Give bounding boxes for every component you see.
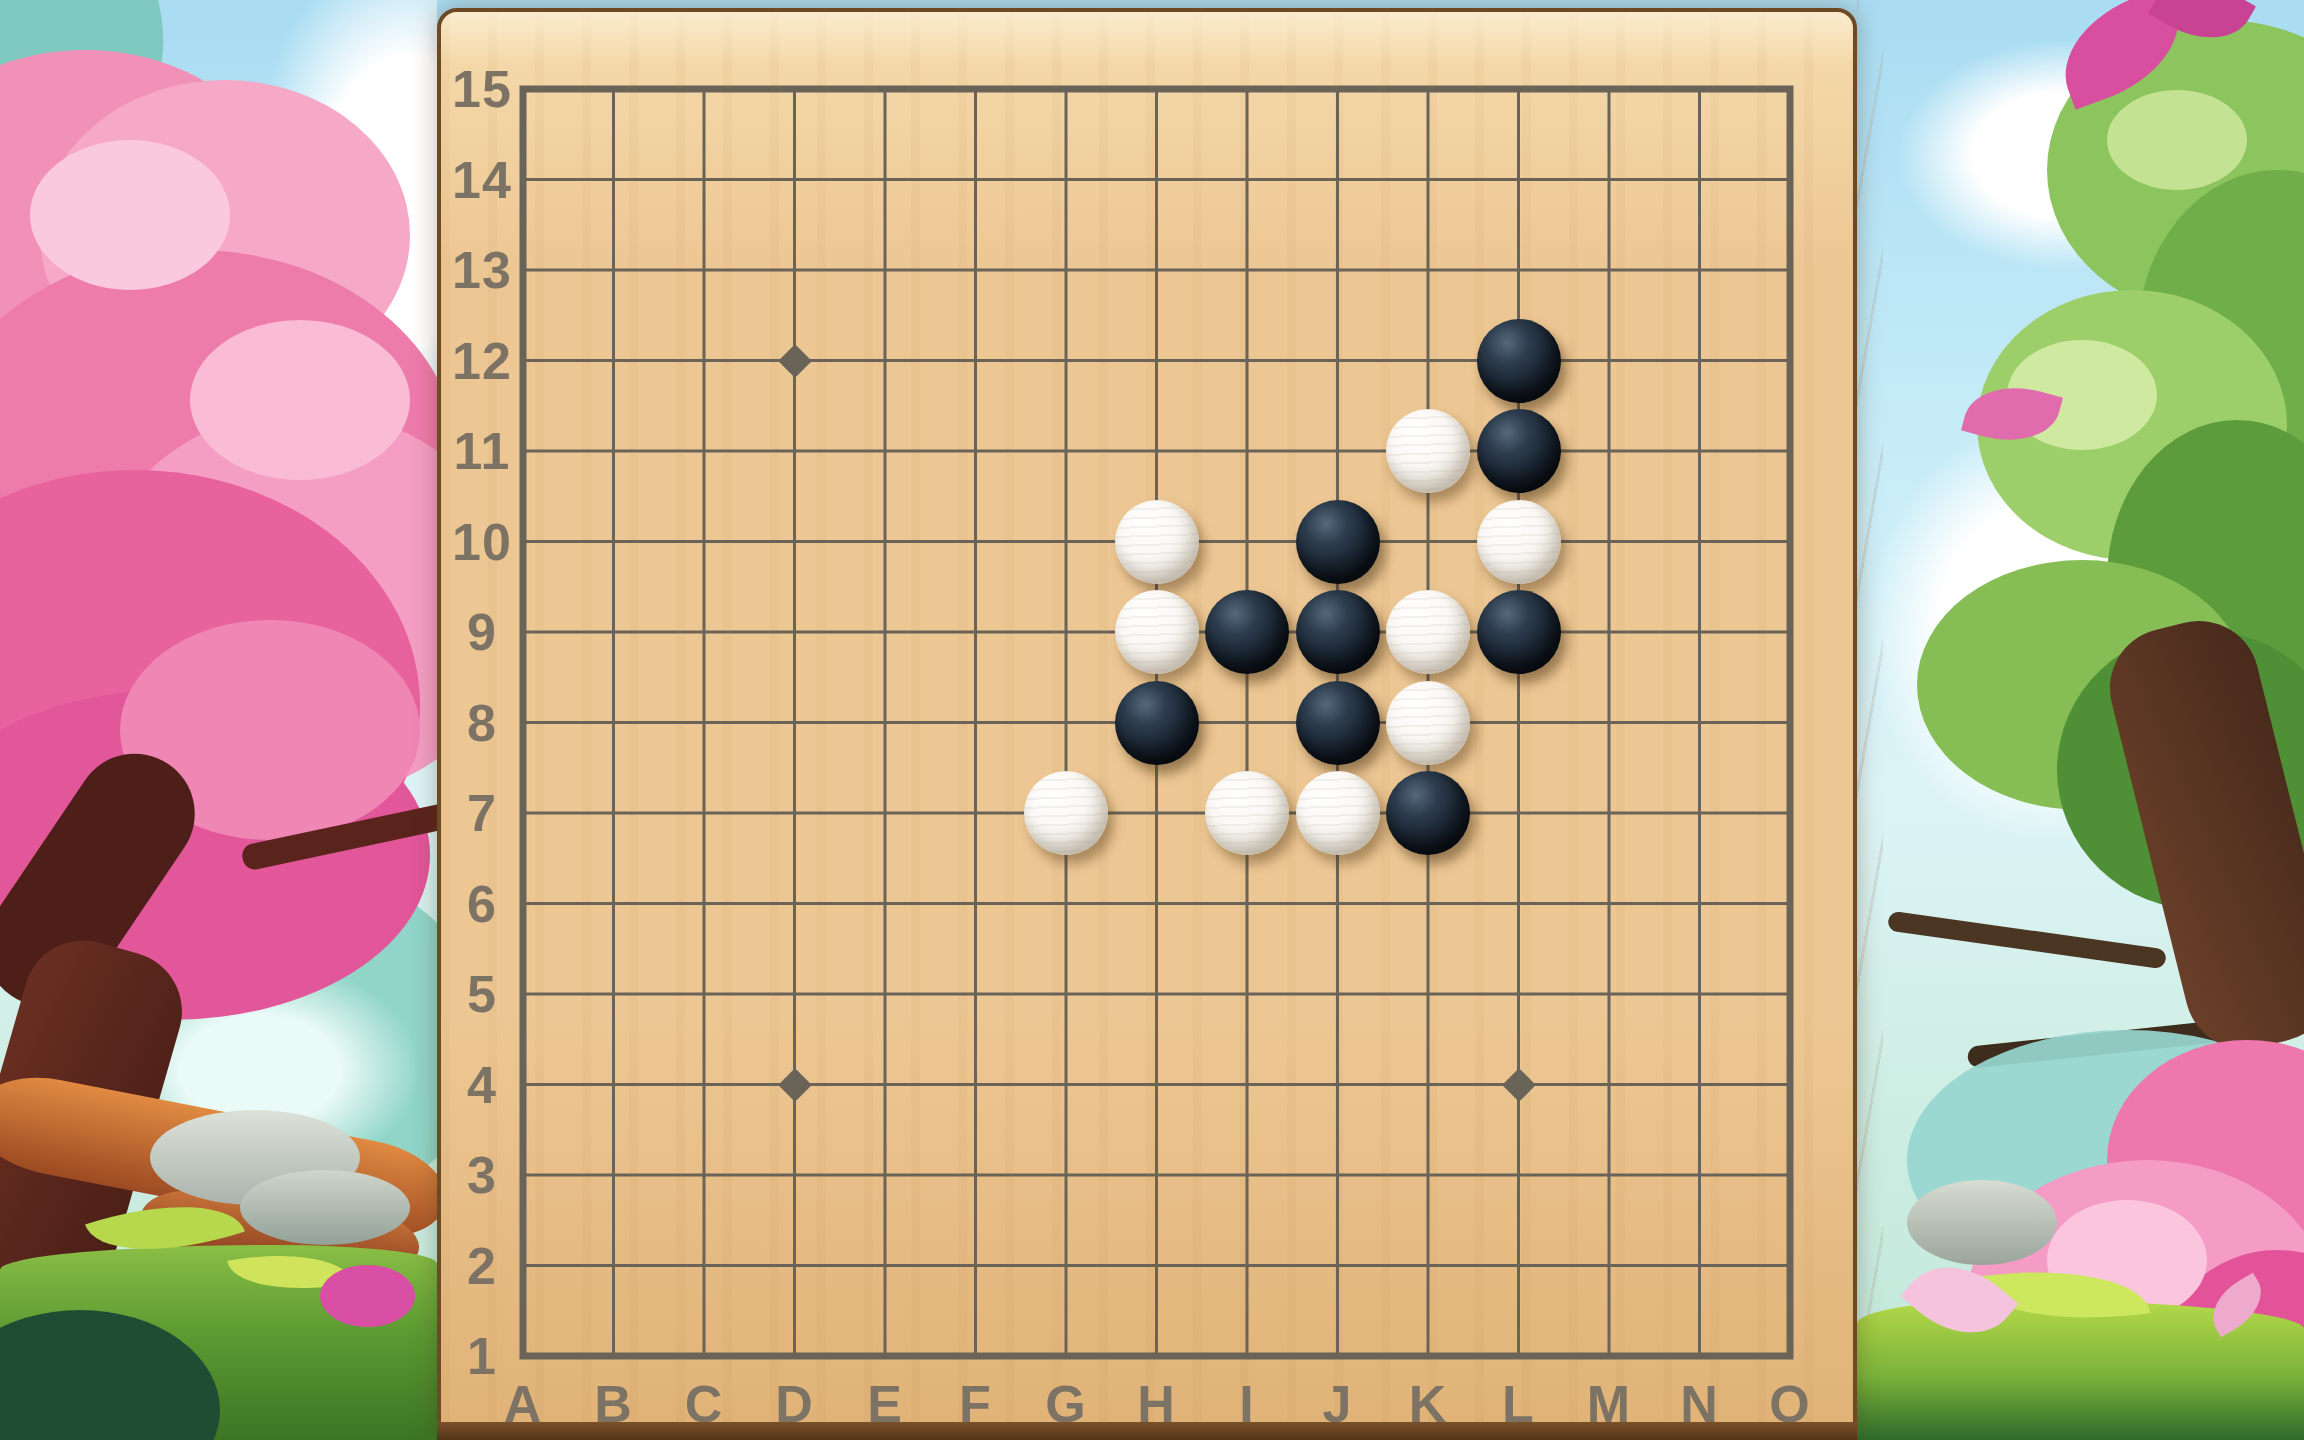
column-label-F: F [959,1374,992,1434]
black-stone-K7 [1386,771,1470,855]
column-label-E: E [867,1374,903,1434]
row-label-6: 6 [467,874,497,934]
white-stone-L10 [1477,500,1561,584]
white-stone-H9 [1115,590,1199,674]
column-label-L: L [1502,1374,1535,1434]
black-stone-J9 [1296,590,1380,674]
row-label-13: 13 [452,240,512,300]
white-stone-I7 [1205,771,1289,855]
game-board: 151413121110987654321ABCDEFGHIJKLMNO [437,8,1857,1440]
marble-trim [1857,0,1883,1440]
black-stone-H8 [1115,681,1199,765]
row-label-2: 2 [467,1236,497,1296]
column-label-B: B [594,1374,633,1434]
right-scenery-panel [1857,0,2304,1440]
row-label-12: 12 [452,331,512,391]
white-stone-K11 [1386,409,1470,493]
blossom-highlight [30,140,230,290]
column-label-D: D [775,1374,814,1434]
white-stone-G7 [1024,771,1108,855]
column-label-C: C [685,1374,724,1434]
blossom-highlight [190,320,410,480]
column-label-G: G [1045,1374,1086,1434]
white-stone-K9 [1386,590,1470,674]
column-label-H: H [1137,1374,1176,1434]
black-stone-L12 [1477,319,1561,403]
column-label-O: O [1769,1374,1810,1434]
rock [1907,1180,2057,1265]
column-label-N: N [1680,1374,1719,1434]
white-stone-K8 [1386,681,1470,765]
black-stone-L11 [1477,409,1561,493]
row-label-14: 14 [452,150,512,210]
rock [240,1170,410,1245]
column-label-I: I [1239,1374,1254,1434]
leaf-highlight [2107,90,2247,190]
row-label-11: 11 [454,421,511,481]
column-label-J: J [1323,1374,1353,1434]
column-label-K: K [1409,1374,1448,1434]
tree-branch [1887,911,2167,970]
row-label-4: 4 [467,1055,497,1115]
row-label-15: 15 [452,59,512,119]
row-label-1: 1 [467,1326,497,1386]
black-stone-L9 [1477,590,1561,674]
black-stone-J8 [1296,681,1380,765]
row-label-7: 7 [467,783,497,843]
white-stone-J7 [1296,771,1380,855]
row-label-3: 3 [467,1145,497,1205]
white-stone-H10 [1115,500,1199,584]
row-label-5: 5 [467,964,497,1024]
column-label-M: M [1587,1374,1631,1434]
row-label-10: 10 [452,512,512,572]
column-label-A: A [504,1374,543,1434]
row-label-8: 8 [467,693,497,753]
gomoku-app: { "game": "gomoku", "board": { "size": 1… [0,0,2304,1440]
row-label-9: 9 [467,602,497,662]
black-stone-J10 [1296,500,1380,584]
magenta-flower [320,1265,415,1327]
black-stone-I9 [1205,590,1289,674]
left-scenery-panel [0,0,437,1440]
